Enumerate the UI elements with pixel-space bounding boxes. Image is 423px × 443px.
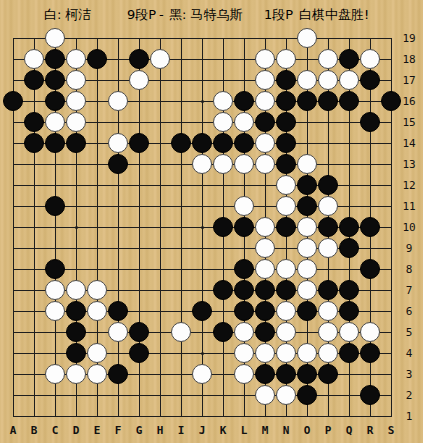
- white-stone: [297, 343, 317, 363]
- row-label: 3: [396, 368, 422, 381]
- black-stone: [192, 133, 212, 153]
- black-stone: [3, 91, 23, 111]
- column-label: D: [73, 424, 80, 437]
- row-label: 4: [396, 347, 422, 360]
- black-stone: [234, 91, 254, 111]
- white-stone: [255, 70, 275, 90]
- column-label: F: [115, 424, 122, 437]
- black-stone: [276, 280, 296, 300]
- column-label: Q: [346, 424, 353, 437]
- white-stone: [192, 364, 212, 384]
- white-stone: [255, 385, 275, 405]
- black-stone: [108, 364, 128, 384]
- row-label: 11: [396, 200, 422, 213]
- white-stone: [318, 322, 338, 342]
- white-stone: [297, 217, 317, 237]
- white-stone: [66, 280, 86, 300]
- black-stone: [318, 364, 338, 384]
- star-point: [201, 226, 204, 229]
- black-stone: [45, 70, 65, 90]
- black-stone: [339, 280, 359, 300]
- black-stone: [45, 196, 65, 216]
- black-stone: [360, 112, 380, 132]
- white-stone: [66, 364, 86, 384]
- white-stone: [318, 196, 338, 216]
- white-stone: [45, 280, 65, 300]
- black-stone: [318, 280, 338, 300]
- black-stone: [213, 217, 233, 237]
- star-point: [75, 226, 78, 229]
- column-label: S: [388, 424, 395, 437]
- white-stone: [45, 364, 65, 384]
- white-stone: [234, 154, 254, 174]
- white-stone: [276, 385, 296, 405]
- black-stone: [171, 133, 191, 153]
- white-stone: [24, 49, 44, 69]
- grid-line-vertical: [181, 38, 182, 417]
- black-stone: [339, 238, 359, 258]
- white-stone: [339, 70, 359, 90]
- column-label: C: [52, 424, 59, 437]
- white-stone: [318, 301, 338, 321]
- white-stone: [318, 343, 338, 363]
- white-stone: [150, 49, 170, 69]
- black-stone: [297, 364, 317, 384]
- white-stone: [213, 112, 233, 132]
- column-label: E: [94, 424, 101, 437]
- black-stone: [255, 112, 275, 132]
- black-stone: [255, 364, 275, 384]
- grid-line-vertical: [34, 38, 35, 417]
- column-label: M: [262, 424, 269, 437]
- black-stone: [360, 259, 380, 279]
- white-stone: [213, 91, 233, 111]
- white-stone: [276, 322, 296, 342]
- black-stone: [66, 133, 86, 153]
- white-stone: [255, 217, 275, 237]
- star-point: [201, 100, 204, 103]
- row-label: 12: [396, 179, 422, 192]
- black-stone: [318, 217, 338, 237]
- white-stone: [297, 259, 317, 279]
- column-label: R: [367, 424, 374, 437]
- black-stone: [87, 49, 107, 69]
- black-stone: [234, 259, 254, 279]
- row-label: 7: [396, 284, 422, 297]
- black-stone: [276, 154, 296, 174]
- white-stone: [234, 322, 254, 342]
- black-stone: [129, 133, 149, 153]
- white-stone: [87, 343, 107, 363]
- black-stone: [24, 133, 44, 153]
- black-stone: [108, 301, 128, 321]
- black-stone: [297, 175, 317, 195]
- white-stone: [297, 154, 317, 174]
- black-stone: [24, 112, 44, 132]
- white-stone: [255, 259, 275, 279]
- white-stone: [66, 49, 86, 69]
- white-stone: [234, 343, 254, 363]
- white-stone: [129, 70, 149, 90]
- column-label: P: [325, 424, 332, 437]
- go-board[interactable]: ABCDEFGHIJKLMNOPQRS191817161514131211109…: [0, 0, 423, 443]
- white-stone: [276, 196, 296, 216]
- black-stone: [45, 133, 65, 153]
- white-stone: [255, 343, 275, 363]
- row-label: 9: [396, 242, 422, 255]
- black-stone: [297, 385, 317, 405]
- black-stone: [255, 301, 275, 321]
- black-stone: [45, 259, 65, 279]
- column-label: G: [136, 424, 143, 437]
- white-stone: [318, 70, 338, 90]
- white-stone: [297, 238, 317, 258]
- black-stone: [192, 301, 212, 321]
- black-stone: [129, 322, 149, 342]
- white-stone: [255, 154, 275, 174]
- white-stone: [276, 259, 296, 279]
- row-label: 14: [396, 137, 422, 150]
- row-label: 5: [396, 326, 422, 339]
- white-stone: [66, 70, 86, 90]
- black-stone: [360, 343, 380, 363]
- white-stone: [255, 49, 275, 69]
- white-stone: [297, 280, 317, 300]
- column-label: N: [283, 424, 290, 437]
- black-stone: [66, 322, 86, 342]
- column-label: L: [241, 424, 248, 437]
- black-stone: [276, 112, 296, 132]
- column-label: J: [199, 424, 206, 437]
- white-stone: [276, 49, 296, 69]
- white-stone: [108, 322, 128, 342]
- black-stone: [360, 70, 380, 90]
- white-stone: [234, 112, 254, 132]
- row-label: 10: [396, 221, 422, 234]
- black-stone: [213, 133, 233, 153]
- white-stone: [255, 133, 275, 153]
- row-label: 8: [396, 263, 422, 276]
- black-stone: [234, 217, 254, 237]
- white-stone: [234, 364, 254, 384]
- star-point: [201, 352, 204, 355]
- row-label: 6: [396, 305, 422, 318]
- row-label: 15: [396, 116, 422, 129]
- white-stone: [234, 196, 254, 216]
- white-stone: [87, 364, 107, 384]
- white-stone: [297, 28, 317, 48]
- grid-line-vertical: [160, 38, 161, 417]
- black-stone: [276, 133, 296, 153]
- column-label: O: [304, 424, 311, 437]
- black-stone: [45, 49, 65, 69]
- column-label: A: [10, 424, 17, 437]
- white-stone: [318, 49, 338, 69]
- black-stone: [339, 217, 359, 237]
- black-stone: [297, 196, 317, 216]
- row-label: 16: [396, 95, 422, 108]
- white-stone: [255, 238, 275, 258]
- white-stone: [87, 280, 107, 300]
- black-stone: [360, 385, 380, 405]
- black-stone: [255, 322, 275, 342]
- white-stone: [318, 238, 338, 258]
- white-stone: [360, 49, 380, 69]
- white-stone: [339, 322, 359, 342]
- column-label: H: [157, 424, 164, 437]
- column-label: B: [31, 424, 38, 437]
- black-stone: [276, 70, 296, 90]
- black-stone: [255, 280, 275, 300]
- black-stone: [318, 175, 338, 195]
- black-stone: [339, 301, 359, 321]
- black-stone: [213, 322, 233, 342]
- white-stone: [255, 91, 275, 111]
- black-stone: [339, 91, 359, 111]
- column-label: K: [220, 424, 227, 437]
- row-label: 18: [396, 53, 422, 66]
- black-stone: [129, 343, 149, 363]
- white-stone: [108, 133, 128, 153]
- white-stone: [297, 70, 317, 90]
- black-stone: [360, 217, 380, 237]
- white-stone: [87, 301, 107, 321]
- row-label: 1: [396, 410, 422, 423]
- row-label: 2: [396, 389, 422, 402]
- white-stone: [66, 112, 86, 132]
- black-stone: [297, 91, 317, 111]
- white-stone: [192, 154, 212, 174]
- black-stone: [318, 91, 338, 111]
- black-stone: [213, 280, 233, 300]
- white-stone: [45, 301, 65, 321]
- black-stone: [66, 343, 86, 363]
- white-stone: [171, 322, 191, 342]
- white-stone: [213, 154, 233, 174]
- black-stone: [234, 280, 254, 300]
- black-stone: [339, 343, 359, 363]
- white-stone: [66, 91, 86, 111]
- white-stone: [276, 175, 296, 195]
- column-label: I: [178, 424, 185, 437]
- black-stone: [339, 49, 359, 69]
- black-stone: [234, 301, 254, 321]
- black-stone: [108, 154, 128, 174]
- black-stone: [276, 91, 296, 111]
- white-stone: [45, 28, 65, 48]
- white-stone: [276, 301, 296, 321]
- white-stone: [108, 91, 128, 111]
- row-label: 13: [396, 158, 422, 171]
- black-stone: [66, 301, 86, 321]
- black-stone: [45, 91, 65, 111]
- black-stone: [276, 217, 296, 237]
- black-stone: [297, 301, 317, 321]
- white-stone: [45, 112, 65, 132]
- black-stone: [24, 70, 44, 90]
- row-label: 19: [396, 32, 422, 45]
- white-stone: [276, 343, 296, 363]
- black-stone: [129, 49, 149, 69]
- black-stone: [234, 133, 254, 153]
- white-stone: [360, 322, 380, 342]
- black-stone: [276, 364, 296, 384]
- row-label: 17: [396, 74, 422, 87]
